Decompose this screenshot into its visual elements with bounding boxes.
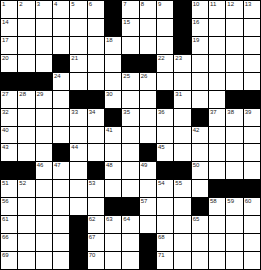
block-r5c1: [1, 73, 17, 90]
cell-r1c2[interactable]: 2: [18, 1, 34, 18]
cell-r11c2[interactable]: 52: [18, 180, 34, 197]
cell-r6c9[interactable]: [140, 91, 156, 108]
cell-r15c11[interactable]: [174, 252, 190, 269]
cell-r1c12[interactable]: 10: [192, 1, 208, 18]
cell-r13c7[interactable]: 63: [105, 216, 121, 233]
clue-number-35: 35: [123, 109, 130, 116]
cell-r6c1[interactable]: 27: [1, 91, 17, 108]
block-r3c11: [174, 37, 190, 54]
cell-r10c15[interactable]: [244, 162, 260, 179]
cell-r10c13[interactable]: [209, 162, 225, 179]
cell-r8c14[interactable]: [226, 127, 242, 144]
cell-r15c14[interactable]: [226, 252, 242, 269]
cell-r3c10[interactable]: [157, 37, 173, 54]
cell-r9c14[interactable]: [226, 144, 242, 161]
cell-r6c13[interactable]: [209, 91, 225, 108]
cell-r7c10[interactable]: 36: [157, 109, 173, 126]
clue-number-39: 39: [245, 109, 252, 116]
clue-number-24: 24: [54, 73, 61, 80]
clue-number-5: 5: [71, 1, 74, 8]
clue-number-57: 57: [141, 198, 148, 205]
clue-number-29: 29: [37, 91, 44, 98]
cell-r12c11[interactable]: [174, 198, 190, 215]
cell-r9c5[interactable]: 44: [70, 144, 86, 161]
cell-r4c2[interactable]: [18, 55, 34, 72]
cell-r4c10[interactable]: 22: [157, 55, 173, 72]
clue-number-16: 16: [193, 19, 200, 26]
cell-r13c3[interactable]: [36, 216, 52, 233]
clue-number-28: 28: [19, 91, 26, 98]
clue-number-52: 52: [19, 180, 26, 187]
block-r15c9: [140, 252, 156, 269]
clue-number-26: 26: [141, 73, 148, 80]
clue-number-63: 63: [106, 216, 113, 223]
block-r10c11: [174, 162, 190, 179]
block-r7c7: [105, 109, 121, 126]
cell-r6c3[interactable]: 29: [36, 91, 52, 108]
cell-r1c5[interactable]: 5: [70, 1, 86, 18]
cell-r9c2[interactable]: [18, 144, 34, 161]
cell-r1c15[interactable]: 13: [244, 1, 260, 18]
cell-r10c3[interactable]: 46: [36, 162, 52, 179]
clue-number-60: 60: [245, 198, 252, 205]
cell-r5c11[interactable]: [174, 73, 190, 90]
clue-number-13: 13: [245, 1, 252, 8]
block-r6c14: [226, 91, 242, 108]
clue-number-69: 69: [2, 252, 9, 259]
cell-r13c2[interactable]: [18, 216, 34, 233]
cell-r12c9[interactable]: 57: [140, 198, 156, 215]
block-r6c10: [157, 91, 173, 108]
cell-r4c1[interactable]: 20: [1, 55, 17, 72]
clue-number-71: 71: [158, 252, 165, 259]
cell-r9c15[interactable]: [244, 144, 260, 161]
clue-number-18: 18: [106, 37, 113, 44]
cell-r3c7[interactable]: 18: [105, 37, 121, 54]
cell-r8c11[interactable]: [174, 127, 190, 144]
cell-r1c3[interactable]: 3: [36, 1, 52, 18]
cell-r1c13[interactable]: 11: [209, 1, 225, 18]
block-r12c8: [122, 198, 138, 215]
block-r6c15: [244, 91, 260, 108]
cell-r8c9[interactable]: [140, 127, 156, 144]
cell-r11c1[interactable]: 51: [1, 180, 17, 197]
block-r15c5: [70, 252, 86, 269]
cell-r14c1[interactable]: 66: [1, 234, 17, 251]
block-r2c7: [105, 19, 121, 36]
clue-number-58: 58: [210, 198, 217, 205]
cell-r2c12[interactable]: 16: [192, 19, 208, 36]
clue-number-23: 23: [175, 55, 182, 62]
cell-r2c6[interactable]: [88, 19, 104, 36]
clue-number-62: 62: [89, 216, 96, 223]
cell-r2c9[interactable]: [140, 19, 156, 36]
cell-r3c8[interactable]: [122, 37, 138, 54]
clue-number-59: 59: [227, 198, 234, 205]
cell-r6c8[interactable]: [122, 91, 138, 108]
cell-r8c2[interactable]: [18, 127, 34, 144]
cell-r11c12[interactable]: [192, 180, 208, 197]
cell-r9c6[interactable]: [88, 144, 104, 161]
cell-r4c13[interactable]: [209, 55, 225, 72]
block-r13c5: [70, 216, 86, 233]
cell-r9c3[interactable]: [36, 144, 52, 161]
cell-r14c8[interactable]: [122, 234, 138, 251]
cell-r13c4[interactable]: [53, 216, 69, 233]
cell-r14c4[interactable]: [53, 234, 69, 251]
cell-r12c13[interactable]: 58: [209, 198, 225, 215]
cell-r12c2[interactable]: [18, 198, 34, 215]
clue-number-54: 54: [158, 180, 165, 187]
block-r5c3: [36, 73, 52, 90]
cell-r3c1[interactable]: 17: [1, 37, 17, 54]
clue-number-67: 67: [89, 234, 96, 241]
clue-number-20: 20: [2, 55, 9, 62]
block-r10c6: [88, 162, 104, 179]
cell-r11c4[interactable]: [53, 180, 69, 197]
cell-r8c3[interactable]: [36, 127, 52, 144]
clue-number-66: 66: [2, 234, 9, 241]
cell-r14c6[interactable]: 67: [88, 234, 104, 251]
clue-number-33: 33: [71, 109, 78, 116]
cell-r2c8[interactable]: 15: [122, 19, 138, 36]
cell-r13c10[interactable]: [157, 216, 173, 233]
cell-r9c8[interactable]: [122, 144, 138, 161]
block-r6c5: [70, 91, 86, 108]
clue-number-41: 41: [106, 127, 113, 134]
clue-number-36: 36: [158, 109, 165, 116]
cell-r14c14[interactable]: [226, 234, 242, 251]
clue-number-43: 43: [2, 144, 9, 151]
cell-r8c13[interactable]: [209, 127, 225, 144]
block-r11c15: [244, 180, 260, 197]
cell-r10c14[interactable]: [226, 162, 242, 179]
cell-r6c2[interactable]: 28: [18, 91, 34, 108]
cell-r13c8[interactable]: 64: [122, 216, 138, 233]
clue-number-34: 34: [89, 109, 96, 116]
cell-r1c9[interactable]: 8: [140, 1, 156, 18]
cell-r13c14[interactable]: [226, 216, 242, 233]
clue-number-31: 31: [175, 91, 182, 98]
cell-r15c2[interactable]: [18, 252, 34, 269]
cell-r6c12[interactable]: [192, 91, 208, 108]
clue-number-8: 8: [141, 1, 144, 8]
cell-r11c6[interactable]: 53: [88, 180, 104, 197]
cell-r14c3[interactable]: [36, 234, 52, 251]
clue-number-37: 37: [210, 109, 217, 116]
cell-r13c13[interactable]: [209, 216, 225, 233]
crossword-page: 1234567891011121314151617181920212223242…: [0, 0, 261, 270]
clue-number-48: 48: [106, 162, 113, 169]
cell-r8c6[interactable]: [88, 127, 104, 144]
clue-number-50: 50: [193, 162, 200, 169]
block-r1c11: [174, 1, 190, 18]
clue-number-32: 32: [2, 109, 9, 116]
cell-r13c15[interactable]: [244, 216, 260, 233]
cell-r12c3[interactable]: [36, 198, 52, 215]
clue-number-11: 11: [210, 1, 216, 8]
cell-r2c15[interactable]: [244, 19, 260, 36]
clue-number-25: 25: [123, 73, 130, 80]
cell-r11c9[interactable]: [140, 180, 156, 197]
cell-r12c14[interactable]: 59: [226, 198, 242, 215]
cell-r5c13[interactable]: [209, 73, 225, 90]
clue-number-19: 19: [193, 37, 200, 44]
cell-r5c6[interactable]: [88, 73, 104, 90]
cell-r1c10[interactable]: 9: [157, 1, 173, 18]
block-r4c8: [122, 55, 138, 72]
cell-r1c4[interactable]: 4: [53, 1, 69, 18]
clue-number-7: 7: [123, 1, 126, 8]
cell-r9c10[interactable]: 45: [157, 144, 173, 161]
block-r2c11: [174, 19, 190, 36]
block-r9c4: [53, 144, 69, 161]
cell-r11c10[interactable]: 54: [157, 180, 173, 197]
cell-r7c13[interactable]: 37: [209, 109, 225, 126]
block-r14c9: [140, 234, 156, 251]
cell-r14c11[interactable]: [174, 234, 190, 251]
block-r9c9: [140, 144, 156, 161]
cell-r15c15[interactable]: [244, 252, 260, 269]
cell-r5c15[interactable]: [244, 73, 260, 90]
clue-number-22: 22: [158, 55, 165, 62]
cell-r2c10[interactable]: [157, 19, 173, 36]
cell-r11c8[interactable]: [122, 180, 138, 197]
cell-r3c5[interactable]: [70, 37, 86, 54]
cell-r6c11[interactable]: 31: [174, 91, 190, 108]
cell-r4c3[interactable]: [36, 55, 52, 72]
cell-r5c8[interactable]: 25: [122, 73, 138, 90]
cell-r2c14[interactable]: [226, 19, 242, 36]
clue-number-2: 2: [19, 1, 22, 8]
clue-number-64: 64: [123, 216, 130, 223]
cell-r3c14[interactable]: [226, 37, 242, 54]
cell-r11c11[interactable]: 55: [174, 180, 190, 197]
cell-r3c4[interactable]: [53, 37, 69, 54]
block-r1c7: [105, 1, 121, 18]
cell-r8c8[interactable]: [122, 127, 138, 144]
clue-number-14: 14: [2, 19, 9, 26]
clue-number-55: 55: [175, 180, 182, 187]
cell-r4c6[interactable]: [88, 55, 104, 72]
cell-r11c5[interactable]: [70, 180, 86, 197]
crossword-grid: 1234567891011121314151617181920212223242…: [0, 0, 261, 270]
cell-r15c10[interactable]: 71: [157, 252, 173, 269]
clue-number-38: 38: [227, 109, 234, 116]
block-r11c14: [226, 180, 242, 197]
clue-number-10: 10: [193, 1, 200, 8]
cell-r5c5[interactable]: [70, 73, 86, 90]
clue-number-3: 3: [37, 1, 40, 8]
cell-r15c6[interactable]: 70: [88, 252, 104, 269]
cell-r10c9[interactable]: 49: [140, 162, 156, 179]
cell-r14c15[interactable]: [244, 234, 260, 251]
cell-r5c12[interactable]: [192, 73, 208, 90]
cell-r10c4[interactable]: 47: [53, 162, 69, 179]
clue-number-70: 70: [89, 252, 96, 259]
cell-r13c11[interactable]: [174, 216, 190, 233]
cell-r15c4[interactable]: [53, 252, 69, 269]
cell-r14c12[interactable]: [192, 234, 208, 251]
clue-number-1: 1: [2, 1, 5, 8]
block-r5c2: [18, 73, 34, 90]
cell-r14c10[interactable]: 68: [157, 234, 173, 251]
cell-r3c15[interactable]: [244, 37, 260, 54]
cell-r6c7[interactable]: 30: [105, 91, 121, 108]
cell-r11c7[interactable]: [105, 180, 121, 197]
block-r12c12: [192, 198, 208, 215]
cell-r14c13[interactable]: [209, 234, 225, 251]
cell-r13c6[interactable]: 62: [88, 216, 104, 233]
cell-r9c7[interactable]: [105, 144, 121, 161]
cell-r3c12[interactable]: 19: [192, 37, 208, 54]
cell-r6c4[interactable]: [53, 91, 69, 108]
cell-r10c7[interactable]: 48: [105, 162, 121, 179]
cell-r7c9[interactable]: [140, 109, 156, 126]
cell-r15c12[interactable]: [192, 252, 208, 269]
cell-r7c1[interactable]: 32: [1, 109, 17, 126]
clue-number-12: 12: [227, 1, 234, 8]
cell-r3c3[interactable]: [36, 37, 52, 54]
cell-r3c13[interactable]: [209, 37, 225, 54]
cell-r2c5[interactable]: [70, 19, 86, 36]
block-r10c10: [157, 162, 173, 179]
cell-r3c2[interactable]: [18, 37, 34, 54]
cell-r13c1[interactable]: 61: [1, 216, 17, 233]
cell-r2c1[interactable]: 14: [1, 19, 17, 36]
cell-r7c14[interactable]: 38: [226, 109, 242, 126]
block-r10c2: [18, 162, 34, 179]
clue-number-45: 45: [158, 144, 165, 151]
cell-r8c7[interactable]: 41: [105, 127, 121, 144]
cell-r9c12[interactable]: [192, 144, 208, 161]
block-r10c1: [1, 162, 17, 179]
clue-number-44: 44: [71, 144, 78, 151]
clue-number-42: 42: [193, 127, 200, 134]
cell-r5c4[interactable]: 24: [53, 73, 69, 90]
cell-r2c13[interactable]: [209, 19, 225, 36]
cell-r7c4[interactable]: [53, 109, 69, 126]
cell-r10c8[interactable]: [122, 162, 138, 179]
cell-r15c1[interactable]: 69: [1, 252, 17, 269]
cell-r8c5[interactable]: [70, 127, 86, 144]
cell-r4c11[interactable]: 23: [174, 55, 190, 72]
cell-r12c15[interactable]: 60: [244, 198, 260, 215]
cell-r4c15[interactable]: [244, 55, 260, 72]
cell-r7c11[interactable]: [174, 109, 190, 126]
block-r11c13: [209, 180, 225, 197]
cell-r1c1[interactable]: 1: [1, 1, 17, 18]
cell-r5c10[interactable]: [157, 73, 173, 90]
cell-r8c15[interactable]: [244, 127, 260, 144]
cell-r15c3[interactable]: [36, 252, 52, 269]
cell-r4c7[interactable]: [105, 55, 121, 72]
clue-number-46: 46: [37, 162, 44, 169]
clue-number-15: 15: [123, 19, 130, 26]
cell-r9c13[interactable]: [209, 144, 225, 161]
cell-r4c5[interactable]: 21: [70, 55, 86, 72]
cell-r8c12[interactable]: 42: [192, 127, 208, 144]
cell-r5c9[interactable]: 26: [140, 73, 156, 90]
clue-number-65: 65: [193, 216, 200, 223]
block-r7c12: [192, 109, 208, 126]
clue-number-30: 30: [106, 91, 113, 98]
cell-r12c1[interactable]: 56: [1, 198, 17, 215]
cell-r3c9[interactable]: [140, 37, 156, 54]
clue-number-21: 21: [71, 55, 78, 62]
cell-r12c4[interactable]: [53, 198, 69, 215]
clue-number-49: 49: [141, 162, 148, 169]
cell-r4c12[interactable]: [192, 55, 208, 72]
clue-number-27: 27: [2, 91, 9, 98]
cell-r1c6[interactable]: 6: [88, 1, 104, 18]
clue-number-6: 6: [89, 1, 92, 8]
cell-r12c10[interactable]: [157, 198, 173, 215]
cell-r3c6[interactable]: [88, 37, 104, 54]
block-r4c4: [53, 55, 69, 72]
cell-r7c15[interactable]: 39: [244, 109, 260, 126]
cell-r7c5[interactable]: 33: [70, 109, 86, 126]
cell-r4c14[interactable]: [226, 55, 242, 72]
block-r6c6: [88, 91, 104, 108]
cell-r12c6[interactable]: [88, 198, 104, 215]
clue-number-53: 53: [89, 180, 96, 187]
clue-number-56: 56: [2, 198, 9, 205]
cell-r13c12[interactable]: 65: [192, 216, 208, 233]
cell-r10c12[interactable]: 50: [192, 162, 208, 179]
cell-r14c7[interactable]: [105, 234, 121, 251]
cell-r2c3[interactable]: [36, 19, 52, 36]
clue-number-51: 51: [2, 180, 9, 187]
clue-number-4: 4: [54, 1, 57, 8]
cell-r7c8[interactable]: 35: [122, 109, 138, 126]
cell-r5c14[interactable]: [226, 73, 242, 90]
cell-r8c10[interactable]: [157, 127, 173, 144]
clue-number-17: 17: [2, 37, 9, 44]
clue-number-68: 68: [158, 234, 165, 241]
cell-r9c11[interactable]: [174, 144, 190, 161]
cell-r5c7[interactable]: [105, 73, 121, 90]
block-r4c9: [140, 55, 156, 72]
block-r12c7: [105, 198, 121, 215]
cell-r7c3[interactable]: [36, 109, 52, 126]
cell-r2c4[interactable]: [53, 19, 69, 36]
clue-number-40: 40: [2, 127, 9, 134]
cell-r8c1[interactable]: 40: [1, 127, 17, 144]
block-r14c5: [70, 234, 86, 251]
cell-r1c14[interactable]: 12: [226, 1, 242, 18]
clue-number-47: 47: [54, 162, 61, 169]
cell-r10c5[interactable]: [70, 162, 86, 179]
cell-r9c1[interactable]: 43: [1, 144, 17, 161]
cell-r11c3[interactable]: [36, 180, 52, 197]
cell-r15c13[interactable]: [209, 252, 225, 269]
cell-r8c4[interactable]: [53, 127, 69, 144]
cell-r15c8[interactable]: [122, 252, 138, 269]
cell-r7c6[interactable]: 34: [88, 109, 104, 126]
cell-r1c8[interactable]: 7: [122, 1, 138, 18]
cell-r2c2[interactable]: [18, 19, 34, 36]
cell-r12c5[interactable]: [70, 198, 86, 215]
cell-r7c2[interactable]: [18, 109, 34, 126]
clue-number-61: 61: [2, 216, 9, 223]
cell-r13c9[interactable]: [140, 216, 156, 233]
clue-number-9: 9: [158, 1, 161, 8]
cell-r15c7[interactable]: [105, 252, 121, 269]
cell-r14c2[interactable]: [18, 234, 34, 251]
